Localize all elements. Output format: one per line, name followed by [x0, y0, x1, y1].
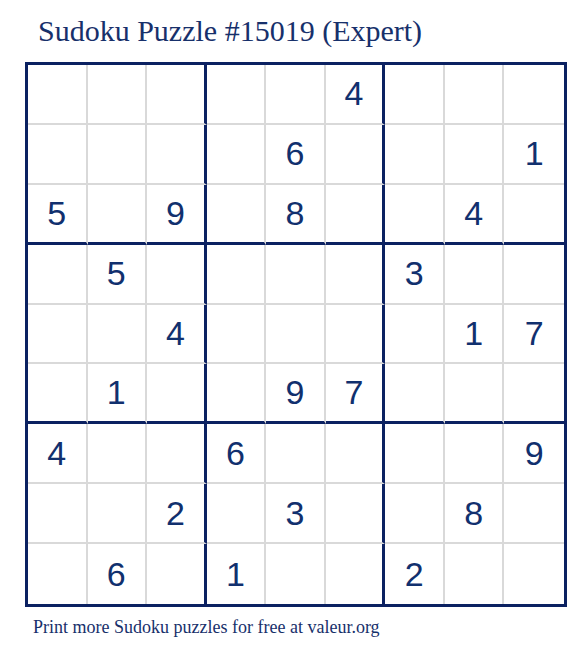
- cell-r3c9: [504, 185, 564, 245]
- cell-r1c9: [504, 65, 564, 125]
- cell-r8c9: [504, 484, 564, 544]
- cell-r8c7: [385, 484, 445, 544]
- cell-r4c7: 3: [385, 245, 445, 305]
- cell-r1c7: [385, 65, 445, 125]
- cell-r5c5: [266, 305, 326, 365]
- cell-r5c6: [326, 305, 386, 365]
- cell-r3c1: 5: [28, 185, 88, 245]
- cell-r4c9: [504, 245, 564, 305]
- cell-r2c4: [207, 125, 267, 185]
- cell-r9c2: 6: [88, 544, 148, 604]
- cell-r6c1: [28, 364, 88, 424]
- cell-r7c1: 4: [28, 424, 88, 484]
- cell-r5c9: 7: [504, 305, 564, 365]
- cell-r6c5: 9: [266, 364, 326, 424]
- cell-r9c7: 2: [385, 544, 445, 604]
- cell-r3c7: [385, 185, 445, 245]
- cell-r2c7: [385, 125, 445, 185]
- cell-r2c3: [147, 125, 207, 185]
- cell-r5c4: [207, 305, 267, 365]
- cell-r1c1: [28, 65, 88, 125]
- cell-r1c8: [445, 65, 505, 125]
- cell-r7c2: [88, 424, 148, 484]
- cell-r8c3: 2: [147, 484, 207, 544]
- cell-r7c6: [326, 424, 386, 484]
- cell-r8c6: [326, 484, 386, 544]
- cell-r2c9: 1: [504, 125, 564, 185]
- cell-r7c5: [266, 424, 326, 484]
- cell-r7c9: 9: [504, 424, 564, 484]
- cell-r9c9: [504, 544, 564, 604]
- cell-r9c4: 1: [207, 544, 267, 604]
- cell-r5c1: [28, 305, 88, 365]
- cell-r4c5: [266, 245, 326, 305]
- cell-r7c7: [385, 424, 445, 484]
- cell-r7c3: [147, 424, 207, 484]
- cell-r8c2: [88, 484, 148, 544]
- cell-r4c3: [147, 245, 207, 305]
- cell-r2c5: 6: [266, 125, 326, 185]
- cell-r7c4: 6: [207, 424, 267, 484]
- cell-r8c8: 8: [445, 484, 505, 544]
- cell-r1c3: [147, 65, 207, 125]
- cell-r4c2: 5: [88, 245, 148, 305]
- cell-r6c3: [147, 364, 207, 424]
- cell-r9c8: [445, 544, 505, 604]
- cell-r1c4: [207, 65, 267, 125]
- cell-r5c3: 4: [147, 305, 207, 365]
- cell-r6c2: 1: [88, 364, 148, 424]
- cell-r1c5: [266, 65, 326, 125]
- cell-r6c6: 7: [326, 364, 386, 424]
- cell-r2c8: [445, 125, 505, 185]
- cell-r2c2: [88, 125, 148, 185]
- cell-r5c8: 1: [445, 305, 505, 365]
- cell-r6c9: [504, 364, 564, 424]
- cell-r9c1: [28, 544, 88, 604]
- cell-r9c6: [326, 544, 386, 604]
- cell-r6c4: [207, 364, 267, 424]
- cell-r3c8: 4: [445, 185, 505, 245]
- cell-r5c7: [385, 305, 445, 365]
- cell-r3c3: 9: [147, 185, 207, 245]
- cell-r3c4: [207, 185, 267, 245]
- cell-r3c6: [326, 185, 386, 245]
- cell-r9c3: [147, 544, 207, 604]
- cell-r9c5: [266, 544, 326, 604]
- cell-r1c6: 4: [326, 65, 386, 125]
- cell-r3c2: [88, 185, 148, 245]
- cell-r4c1: [28, 245, 88, 305]
- cell-r1c2: [88, 65, 148, 125]
- cell-r6c8: [445, 364, 505, 424]
- cell-r4c6: [326, 245, 386, 305]
- sudoku-board: 461598453417197469238612: [25, 62, 567, 607]
- cell-r6c7: [385, 364, 445, 424]
- cell-r4c8: [445, 245, 505, 305]
- cell-r5c2: [88, 305, 148, 365]
- cell-r3c5: 8: [266, 185, 326, 245]
- footer-text: Print more Sudoku puzzles for free at va…: [33, 617, 380, 638]
- cell-r4c4: [207, 245, 267, 305]
- page-title: Sudoku Puzzle #15019 (Expert): [38, 14, 422, 47]
- cell-r2c1: [28, 125, 88, 185]
- cell-r7c8: [445, 424, 505, 484]
- cell-r8c4: [207, 484, 267, 544]
- cell-r8c1: [28, 484, 88, 544]
- cell-r2c6: [326, 125, 386, 185]
- cell-r8c5: 3: [266, 484, 326, 544]
